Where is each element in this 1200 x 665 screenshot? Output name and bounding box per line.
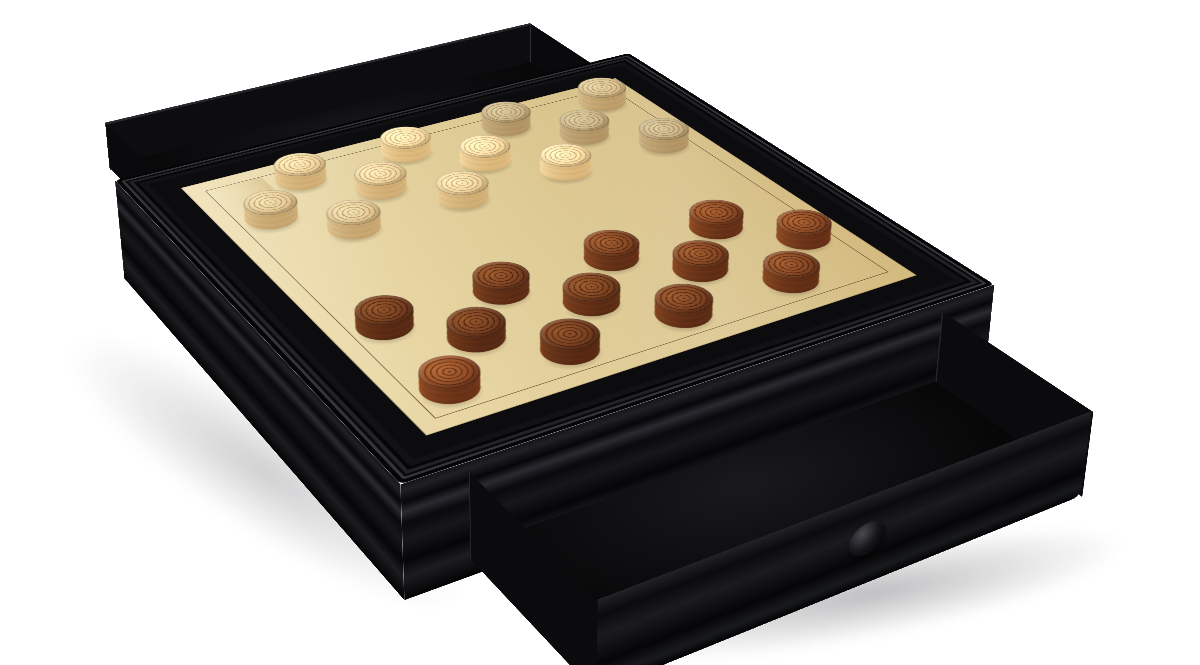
scene — [0, 0, 1200, 665]
product-photo — [0, 0, 1200, 665]
games-chest — [115, 53, 995, 484]
drawer-knob[interactable] — [848, 516, 887, 562]
checker-light[interactable] — [318, 213, 391, 248]
